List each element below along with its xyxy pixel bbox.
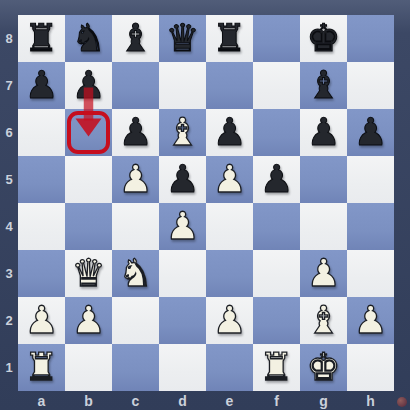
piece-white-bishop[interactable]: ♝ (165, 113, 199, 151)
file-label-d: d (159, 391, 206, 410)
square-a2[interactable]: ♟ (18, 297, 65, 344)
square-b6[interactable] (65, 109, 112, 156)
square-c2[interactable] (112, 297, 159, 344)
piece-black-pawn[interactable]: ♟ (71, 66, 105, 104)
piece-black-king[interactable]: ♚ (306, 19, 340, 57)
piece-white-rook[interactable]: ♜ (259, 348, 293, 386)
square-g3[interactable]: ♟ (300, 250, 347, 297)
piece-black-rook[interactable]: ♜ (212, 19, 246, 57)
square-c7[interactable] (112, 62, 159, 109)
square-h2[interactable]: ♟ (347, 297, 394, 344)
square-g6[interactable]: ♟ (300, 109, 347, 156)
square-a4[interactable] (18, 203, 65, 250)
piece-black-bishop[interactable]: ♝ (306, 66, 340, 104)
square-h8[interactable] (347, 15, 394, 62)
square-d2[interactable] (159, 297, 206, 344)
file-label-h: h (347, 391, 394, 410)
square-b1[interactable] (65, 344, 112, 391)
file-label-c: c (112, 391, 159, 410)
square-d8[interactable]: ♛ (159, 15, 206, 62)
square-g5[interactable] (300, 156, 347, 203)
file-label-b: b (65, 391, 112, 410)
square-d6[interactable]: ♝ (159, 109, 206, 156)
square-e6[interactable]: ♟ (206, 109, 253, 156)
square-g8[interactable]: ♚ (300, 15, 347, 62)
file-label-g: g (300, 391, 347, 410)
square-h7[interactable] (347, 62, 394, 109)
square-b5[interactable] (65, 156, 112, 203)
piece-black-queen[interactable]: ♛ (165, 19, 199, 57)
rank-label-2: 2 (0, 297, 18, 344)
square-b7[interactable]: ♟ (65, 62, 112, 109)
piece-white-pawn[interactable]: ♟ (24, 301, 58, 339)
rank-label-1: 1 (0, 344, 18, 391)
square-d4[interactable]: ♟ (159, 203, 206, 250)
square-c6[interactable]: ♟ (112, 109, 159, 156)
square-a6[interactable] (18, 109, 65, 156)
square-c4[interactable] (112, 203, 159, 250)
piece-black-pawn[interactable]: ♟ (118, 113, 152, 151)
rank-label-5: 5 (0, 156, 18, 203)
square-e3[interactable] (206, 250, 253, 297)
square-g2[interactable]: ♝ (300, 297, 347, 344)
piece-white-knight[interactable]: ♞ (118, 254, 152, 292)
square-e5[interactable]: ♟ (206, 156, 253, 203)
piece-white-pawn[interactable]: ♟ (306, 254, 340, 292)
piece-white-king[interactable]: ♚ (306, 348, 340, 386)
piece-black-pawn[interactable]: ♟ (212, 113, 246, 151)
rank-label-4: 4 (0, 203, 18, 250)
square-f6[interactable] (253, 109, 300, 156)
piece-white-pawn[interactable]: ♟ (212, 301, 246, 339)
square-d7[interactable] (159, 62, 206, 109)
square-b4[interactable] (65, 203, 112, 250)
rank-label-6: 6 (0, 109, 18, 156)
piece-black-pawn[interactable]: ♟ (353, 113, 387, 151)
corner-marker-dot (397, 397, 407, 407)
square-c3[interactable]: ♞ (112, 250, 159, 297)
piece-white-pawn[interactable]: ♟ (212, 160, 246, 198)
square-b3[interactable]: ♛ (65, 250, 112, 297)
square-b2[interactable]: ♟ (65, 297, 112, 344)
piece-white-pawn[interactable]: ♟ (353, 301, 387, 339)
file-label-e: e (206, 391, 253, 410)
move-target-highlight (67, 111, 110, 154)
square-h6[interactable]: ♟ (347, 109, 394, 156)
square-e1[interactable] (206, 344, 253, 391)
square-g1[interactable]: ♚ (300, 344, 347, 391)
piece-white-queen[interactable]: ♛ (71, 254, 105, 292)
piece-black-rook[interactable]: ♜ (24, 19, 58, 57)
rank-label-3: 3 (0, 250, 18, 297)
piece-black-pawn[interactable]: ♟ (165, 160, 199, 198)
square-e8[interactable]: ♜ (206, 15, 253, 62)
piece-black-knight[interactable]: ♞ (71, 19, 105, 57)
square-h1[interactable] (347, 344, 394, 391)
square-f3[interactable] (253, 250, 300, 297)
piece-white-bishop[interactable]: ♝ (306, 301, 340, 339)
square-h3[interactable] (347, 250, 394, 297)
square-c1[interactable] (112, 344, 159, 391)
square-a7[interactable]: ♟ (18, 62, 65, 109)
file-label-a: a (18, 391, 65, 410)
rank-label-8: 8 (0, 15, 18, 62)
chess-board: ♜♞♝♛♜♚♟♟♝♟♝♟♟♟♟♟♟♟♟♛♞♟♟♟♟♝♟♜♜♚ (18, 15, 394, 391)
square-a8[interactable]: ♜ (18, 15, 65, 62)
square-f7[interactable] (253, 62, 300, 109)
square-b8[interactable]: ♞ (65, 15, 112, 62)
square-h5[interactable] (347, 156, 394, 203)
square-d1[interactable] (159, 344, 206, 391)
piece-black-pawn[interactable]: ♟ (259, 160, 293, 198)
square-a5[interactable] (18, 156, 65, 203)
rank-label-7: 7 (0, 62, 18, 109)
square-f8[interactable] (253, 15, 300, 62)
piece-white-rook[interactable]: ♜ (24, 348, 58, 386)
square-g4[interactable] (300, 203, 347, 250)
square-f5[interactable]: ♟ (253, 156, 300, 203)
piece-black-bishop[interactable]: ♝ (118, 19, 152, 57)
square-c5[interactable]: ♟ (112, 156, 159, 203)
square-e4[interactable] (206, 203, 253, 250)
square-f2[interactable] (253, 297, 300, 344)
square-e7[interactable] (206, 62, 253, 109)
piece-white-pawn[interactable]: ♟ (118, 160, 152, 198)
square-h4[interactable] (347, 203, 394, 250)
square-a3[interactable] (18, 250, 65, 297)
square-e2[interactable]: ♟ (206, 297, 253, 344)
square-c8[interactable]: ♝ (112, 15, 159, 62)
piece-black-pawn[interactable]: ♟ (24, 66, 58, 104)
chess-board-widget: ♜♞♝♛♜♚♟♟♝♟♝♟♟♟♟♟♟♟♟♛♞♟♟♟♟♝♟♜♜♚ 87654321 … (0, 0, 410, 410)
piece-black-pawn[interactable]: ♟ (306, 113, 340, 151)
square-f4[interactable] (253, 203, 300, 250)
square-a1[interactable]: ♜ (18, 344, 65, 391)
square-d5[interactable]: ♟ (159, 156, 206, 203)
file-label-f: f (253, 391, 300, 410)
piece-white-pawn[interactable]: ♟ (71, 301, 105, 339)
piece-white-pawn[interactable]: ♟ (165, 207, 199, 245)
square-g7[interactable]: ♝ (300, 62, 347, 109)
square-d3[interactable] (159, 250, 206, 297)
square-f1[interactable]: ♜ (253, 344, 300, 391)
